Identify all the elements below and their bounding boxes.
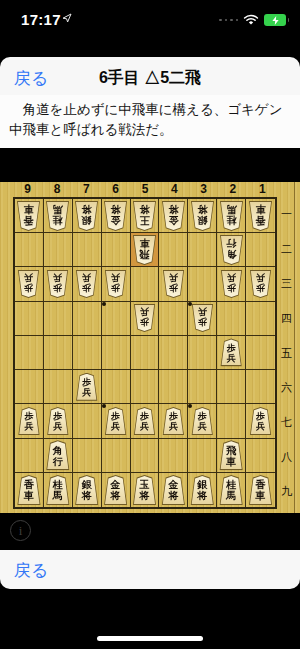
shogi-piece-sente: 香車 (16, 475, 41, 505)
file-label: 7 (72, 182, 101, 197)
square-9-6[interactable] (15, 370, 44, 404)
shogi-piece-gote: 桂馬 (45, 201, 70, 231)
square-3-9[interactable]: 銀将 (188, 473, 217, 507)
square-9-8[interactable] (15, 439, 44, 473)
file-label: 8 (42, 182, 71, 197)
cell-signal-icon (219, 19, 238, 22)
shogi-piece-gote: 銀将 (74, 201, 99, 231)
wifi-icon (243, 14, 259, 26)
shogi-piece-sente: 角行 (45, 440, 70, 470)
square-4-4[interactable] (159, 302, 188, 336)
shogi-piece-gote: 金将 (103, 201, 128, 231)
square-8-6[interactable] (44, 370, 73, 404)
toolbar-back-button[interactable]: 戻る (14, 559, 48, 582)
square-6-4[interactable] (102, 302, 131, 336)
shogi-piece-sente: 飛車 (219, 440, 244, 470)
shogi-piece-sente: 歩兵 (75, 373, 98, 401)
square-7-9[interactable]: 銀将 (73, 473, 102, 507)
square-3-6[interactable] (188, 370, 217, 404)
shogi-piece-sente: 香車 (248, 475, 273, 505)
square-3-3[interactable] (188, 267, 217, 301)
shogi-piece-sente: 歩兵 (162, 407, 185, 435)
shogi-piece-sente: 歩兵 (191, 407, 214, 435)
square-7-4[interactable] (73, 302, 102, 336)
square-4-3[interactable]: 歩兵 (159, 267, 188, 301)
rank-labels: 一二三四五六七八九 (279, 197, 294, 509)
shogi-piece-gote: 桂馬 (219, 201, 244, 231)
square-6-3[interactable]: 歩兵 (102, 267, 131, 301)
square-3-1[interactable]: 銀将 (188, 199, 217, 233)
shogi-piece-gote: 歩兵 (75, 270, 98, 298)
shogi-piece-sente: 金将 (161, 475, 186, 505)
square-2-7[interactable] (217, 404, 246, 438)
square-2-5[interactable]: 歩兵 (217, 336, 246, 370)
move-description: 角道を止めずに中飛車に構える、ゴキゲン中飛車と呼ばれる戦法だ。 (0, 95, 300, 148)
square-6-8[interactable] (102, 439, 131, 473)
square-9-3[interactable]: 歩兵 (15, 267, 44, 301)
square-5-8[interactable] (131, 439, 160, 473)
square-2-8[interactable]: 飛車 (217, 439, 246, 473)
shogi-piece-sente: 歩兵 (46, 407, 69, 435)
shogi-board: 987654321 香車桂馬銀将金将王将金将銀将桂馬香車飛車角行歩兵歩兵歩兵歩兵… (0, 182, 300, 513)
rank-label: 八 (279, 440, 294, 475)
square-8-2[interactable] (44, 233, 73, 267)
square-4-5[interactable] (159, 336, 188, 370)
square-1-5[interactable] (246, 336, 275, 370)
square-3-4[interactable]: 歩兵 (188, 302, 217, 336)
square-5-6[interactable] (131, 370, 160, 404)
location-arrow-icon (62, 13, 72, 23)
square-4-2[interactable] (159, 233, 188, 267)
square-9-9[interactable]: 香車 (15, 473, 44, 507)
shogi-piece-gote: 銀将 (190, 201, 215, 231)
shogi-piece-sente: 歩兵 (17, 407, 40, 435)
file-label: 4 (160, 182, 189, 197)
square-2-6[interactable] (217, 370, 246, 404)
square-1-1[interactable]: 香車 (246, 199, 275, 233)
shogi-piece-sente: 歩兵 (133, 407, 156, 435)
square-7-1[interactable]: 銀将 (73, 199, 102, 233)
square-3-5[interactable] (188, 336, 217, 370)
shogi-piece-gote: 歩兵 (133, 304, 156, 332)
square-4-9[interactable]: 金将 (159, 473, 188, 507)
info-icon[interactable]: i (10, 520, 31, 541)
clock: 17:17 (21, 11, 61, 28)
shogi-piece-gote: 角行 (219, 235, 244, 265)
shogi-piece-gote: 王将 (132, 201, 157, 231)
rank-label: 一 (279, 197, 294, 232)
square-9-4[interactable] (15, 302, 44, 336)
shogi-piece-gote: 歩兵 (220, 270, 243, 298)
square-6-7[interactable]: 歩兵 (102, 404, 131, 438)
square-7-8[interactable] (73, 439, 102, 473)
rank-label: 五 (279, 336, 294, 371)
square-1-3[interactable]: 歩兵 (246, 267, 275, 301)
shogi-piece-gote: 歩兵 (249, 270, 272, 298)
square-7-3[interactable]: 歩兵 (73, 267, 102, 301)
square-8-4[interactable] (44, 302, 73, 336)
square-5-5[interactable] (131, 336, 160, 370)
file-label: 3 (189, 182, 218, 197)
shogi-piece-sente: 歩兵 (249, 407, 272, 435)
rank-label: 九 (279, 474, 294, 509)
square-2-3[interactable]: 歩兵 (217, 267, 246, 301)
square-5-7[interactable]: 歩兵 (131, 404, 160, 438)
square-3-2[interactable] (188, 233, 217, 267)
square-2-9[interactable]: 桂馬 (217, 473, 246, 507)
shogi-piece-sente: 玉将 (132, 475, 157, 505)
square-6-2[interactable] (102, 233, 131, 267)
square-9-7[interactable]: 歩兵 (15, 404, 44, 438)
square-8-7[interactable]: 歩兵 (44, 404, 73, 438)
square-7-2[interactable] (73, 233, 102, 267)
square-5-2[interactable]: 飛車 (131, 233, 160, 267)
shogi-piece-gote: 金将 (161, 201, 186, 231)
shogi-piece-sente: 桂馬 (45, 475, 70, 505)
file-label: 1 (248, 182, 277, 197)
star-point (188, 404, 192, 408)
square-5-4[interactable]: 歩兵 (131, 302, 160, 336)
square-5-1[interactable]: 王将 (131, 199, 160, 233)
shogi-piece-gote: 歩兵 (46, 270, 69, 298)
page-title: 6手目 △5二飛 (0, 68, 300, 89)
square-4-1[interactable]: 金将 (159, 199, 188, 233)
file-label: 9 (13, 182, 42, 197)
battery-charging-icon (264, 14, 286, 26)
shogi-piece-sente: 金将 (103, 475, 128, 505)
star-point (102, 404, 106, 408)
file-label: 6 (101, 182, 130, 197)
square-4-7[interactable]: 歩兵 (159, 404, 188, 438)
square-7-5[interactable] (73, 336, 102, 370)
shogi-piece-sente: 歩兵 (104, 407, 127, 435)
file-label: 2 (218, 182, 247, 197)
square-9-5[interactable] (15, 336, 44, 370)
app-screen: 17:17 戻る 6手目 △5二飛 角道を止めずに中飛車に構える、ゴキゲン中飛車… (0, 0, 300, 649)
square-1-4[interactable] (246, 302, 275, 336)
shogi-piece-sente: 銀将 (74, 475, 99, 505)
square-6-6[interactable] (102, 370, 131, 404)
square-8-5[interactable] (44, 336, 73, 370)
square-6-5[interactable] (102, 336, 131, 370)
square-5-9[interactable]: 玉将 (131, 473, 160, 507)
square-1-6[interactable] (246, 370, 275, 404)
bottom-toolbar: 戻る (0, 550, 300, 589)
square-4-8[interactable] (159, 439, 188, 473)
square-6-9[interactable]: 金将 (102, 473, 131, 507)
square-5-3[interactable] (131, 267, 160, 301)
square-9-2[interactable] (15, 233, 44, 267)
square-1-9[interactable]: 香車 (246, 473, 275, 507)
square-7-7[interactable] (73, 404, 102, 438)
rank-label: 七 (279, 405, 294, 440)
square-7-6[interactable]: 歩兵 (73, 370, 102, 404)
rank-label: 二 (279, 232, 294, 267)
shogi-piece-sente: 桂馬 (219, 475, 244, 505)
board-edge-line (294, 182, 295, 513)
square-6-1[interactable]: 金将 (102, 199, 131, 233)
square-1-2[interactable] (246, 233, 275, 267)
shogi-piece-gote: 歩兵 (162, 270, 185, 298)
bottom-info-strip: i (0, 513, 300, 550)
shogi-piece-gote: 歩兵 (17, 270, 40, 298)
square-1-8[interactable] (246, 439, 275, 473)
star-point (102, 302, 106, 306)
square-2-1[interactable]: 桂馬 (217, 199, 246, 233)
rank-label: 四 (279, 301, 294, 336)
shogi-piece-gote: 飛車 (132, 235, 157, 265)
square-3-7[interactable]: 歩兵 (188, 404, 217, 438)
square-8-3[interactable]: 歩兵 (44, 267, 73, 301)
shogi-piece-gote: 歩兵 (104, 270, 127, 298)
navigation-bar: 戻る 6手目 △5二飛 (0, 57, 300, 95)
square-1-7[interactable]: 歩兵 (246, 404, 275, 438)
square-4-6[interactable] (159, 370, 188, 404)
file-labels: 987654321 (13, 182, 277, 197)
status-bar: 17:17 (0, 0, 300, 57)
shogi-piece-gote: 香車 (248, 201, 273, 231)
board-grid: 香車桂馬銀将金将王将金将銀将桂馬香車飛車角行歩兵歩兵歩兵歩兵歩兵歩兵歩兵歩兵歩兵… (13, 197, 277, 509)
square-8-8[interactable]: 角行 (44, 439, 73, 473)
rank-label: 三 (279, 266, 294, 301)
shogi-piece-gote: 香車 (16, 201, 41, 231)
square-8-9[interactable]: 桂馬 (44, 473, 73, 507)
shogi-piece-sente: 銀将 (190, 475, 215, 505)
square-3-8[interactable] (188, 439, 217, 473)
square-2-4[interactable] (217, 302, 246, 336)
file-label: 5 (130, 182, 159, 197)
square-9-1[interactable]: 香車 (15, 199, 44, 233)
rank-label: 六 (279, 370, 294, 405)
star-point (188, 302, 192, 306)
square-8-1[interactable]: 桂馬 (44, 199, 73, 233)
shogi-piece-sente: 歩兵 (220, 338, 243, 366)
square-2-2[interactable]: 角行 (217, 233, 246, 267)
home-indicator[interactable] (97, 636, 203, 641)
shogi-piece-gote: 歩兵 (191, 304, 214, 332)
